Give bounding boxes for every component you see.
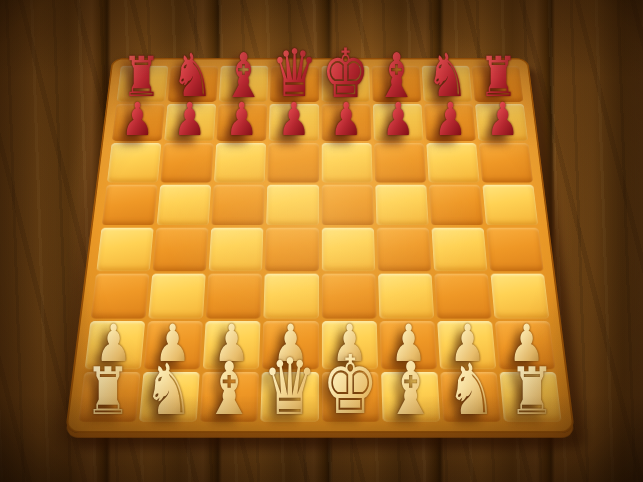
square-b4[interactable] xyxy=(153,228,209,271)
square-f4[interactable] xyxy=(376,228,431,271)
square-c5[interactable] xyxy=(212,184,265,225)
square-e4[interactable] xyxy=(321,228,375,271)
square-d5[interactable] xyxy=(266,184,318,225)
square-a4[interactable] xyxy=(96,228,153,271)
square-h6[interactable] xyxy=(479,143,534,182)
square-h5[interactable] xyxy=(482,184,538,225)
piece-gold-bishop-f1[interactable]: ♝ xyxy=(385,366,436,423)
square-e5[interactable] xyxy=(321,184,373,225)
square-d3[interactable] xyxy=(264,273,319,318)
piece-red-pawn-e7[interactable]: ♟ xyxy=(330,105,362,141)
square-f6[interactable] xyxy=(374,143,426,182)
square-f5[interactable] xyxy=(375,184,428,225)
square-b3[interactable] xyxy=(148,273,206,318)
square-c6[interactable] xyxy=(214,143,266,182)
piece-gold-rook-h1[interactable]: ♜ xyxy=(509,371,555,422)
square-a6[interactable] xyxy=(107,143,162,182)
square-g5[interactable] xyxy=(429,184,484,225)
square-a3[interactable] xyxy=(91,273,150,318)
square-g6[interactable] xyxy=(426,143,479,182)
square-d4[interactable] xyxy=(265,228,319,271)
square-f3[interactable] xyxy=(378,273,434,318)
square-e3[interactable] xyxy=(321,273,376,318)
piece-gold-knight-g1[interactable]: ♞ xyxy=(447,367,496,422)
square-e6[interactable] xyxy=(321,143,372,182)
piece-gold-bishop-c1[interactable]: ♝ xyxy=(204,366,255,423)
piece-red-pawn-a7[interactable]: ♟ xyxy=(121,105,153,141)
square-d6[interactable] xyxy=(268,143,319,182)
square-c4[interactable] xyxy=(209,228,264,271)
piece-gold-rook-a1[interactable]: ♜ xyxy=(85,371,131,422)
square-a5[interactable] xyxy=(102,184,158,225)
piece-red-pawn-g7[interactable]: ♟ xyxy=(434,105,466,141)
square-b6[interactable] xyxy=(161,143,214,182)
piece-gold-queen-d1[interactable]: ♛ xyxy=(262,362,317,423)
chess-app-screen: ♜♞♝♛♚♝♞♜♟♟♟♟♟♟♟♟♟♟♟♟♟♟♟♟♜♞♝♛♚♝♞♜ xyxy=(0,0,643,482)
square-g4[interactable] xyxy=(431,228,487,271)
piece-red-pawn-d7[interactable]: ♟ xyxy=(278,105,310,141)
piece-red-pawn-f7[interactable]: ♟ xyxy=(382,105,414,141)
square-c3[interactable] xyxy=(206,273,262,318)
piece-gold-knight-b1[interactable]: ♞ xyxy=(144,367,193,422)
piece-gold-king-e1[interactable]: ♚ xyxy=(322,361,378,424)
square-h3[interactable] xyxy=(490,273,549,318)
square-b5[interactable] xyxy=(157,184,212,225)
piece-red-pawn-h7[interactable]: ♟ xyxy=(487,105,519,141)
piece-red-pawn-b7[interactable]: ♟ xyxy=(174,105,206,141)
square-h4[interactable] xyxy=(486,228,543,271)
piece-red-pawn-c7[interactable]: ♟ xyxy=(226,105,258,141)
square-g3[interactable] xyxy=(434,273,492,318)
